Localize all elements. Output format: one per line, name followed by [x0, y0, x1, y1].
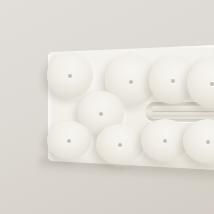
board-pits: [0, 0, 214, 214]
board-photo-scene: [0, 0, 214, 214]
pit-cup-bottom-4: [183, 119, 214, 163]
pit-cup-bottom-2: [96, 124, 144, 164]
pit-cup-bottom-3: [141, 119, 189, 161]
pit-cup-top-1: [47, 52, 93, 98]
pit-cup-bottom-1: [47, 121, 91, 159]
